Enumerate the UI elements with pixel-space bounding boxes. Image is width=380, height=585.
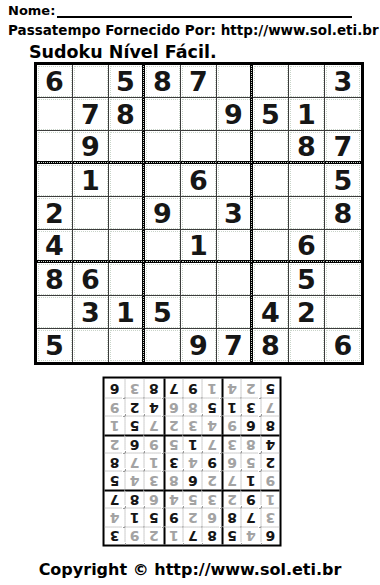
solution-cell-r7c8: 5 (124, 416, 143, 434)
solution-cell-r9c2: 2 (241, 379, 260, 397)
puzzle-cell-r9c7: 8 (253, 329, 289, 362)
puzzle-cell-r3c8: 8 (289, 131, 325, 164)
puzzle-cell-r5c1: 2 (37, 197, 73, 230)
solution-cell-r5c4: 9 (202, 453, 221, 471)
solution-cell-r7c4: 4 (202, 416, 221, 434)
puzzle-cell-r2c8: 1 (289, 98, 325, 131)
solution-cell-r2c1: 3 (260, 508, 279, 526)
puzzle-cell-r2c4 (145, 98, 181, 131)
solution-cell-r2c3: 8 (221, 508, 240, 526)
puzzle-cell-r6c1: 4 (37, 230, 73, 263)
puzzle-cell-r4c6 (217, 164, 253, 197)
puzzle-cell-r9c8 (289, 329, 325, 362)
puzzle-cell-r1c7 (253, 65, 289, 98)
puzzle-cell-r9c6: 7 (217, 329, 253, 362)
puzzle-cell-r1c3: 5 (109, 65, 145, 98)
solution-cell-r6c4: 7 (202, 434, 221, 452)
provider-line: Passatempo Fornecido Por: http://www.sol… (8, 22, 379, 38)
puzzle-cell-r2c5 (181, 98, 217, 131)
solution-cell-r5c3: 6 (221, 453, 240, 471)
puzzle-cell-r4c7 (253, 164, 289, 197)
solution-cell-r3c5: 5 (183, 489, 202, 507)
puzzle-cell-r3c7 (253, 131, 289, 164)
page-title: Sudoku Nível Fácil. (29, 42, 217, 62)
puzzle-cell-r1c6 (217, 65, 253, 98)
puzzle-cell-r7c9 (325, 263, 361, 296)
solution-cell-r8c6: 6 (163, 397, 182, 415)
solution-cell-r7c9: 1 (105, 416, 124, 434)
solution-cell-r4c9: 5 (105, 471, 124, 489)
sudoku-solution-board: 6458712933786295141923546879172683452569… (103, 377, 282, 547)
puzzle-cell-r3c9: 7 (325, 131, 361, 164)
solution-cell-r3c9: 7 (105, 489, 124, 507)
solution-cell-r1c6: 1 (163, 526, 182, 544)
puzzle-cell-r8c6 (217, 296, 253, 329)
puzzle-cell-r7c2: 6 (73, 263, 109, 296)
solution-cell-r5c7: 1 (144, 453, 163, 471)
solution-cell-r9c5: 9 (183, 379, 202, 397)
solution-cell-r2c2: 7 (241, 508, 260, 526)
solution-cell-r1c7: 2 (144, 526, 163, 544)
puzzle-cell-r5c9: 8 (325, 197, 361, 230)
solution-cell-r7c1: 8 (260, 416, 279, 434)
solution-cell-r9c4: 1 (202, 379, 221, 397)
solution-cell-r3c1: 1 (260, 489, 279, 507)
solution-cell-r5c9: 8 (105, 453, 124, 471)
solution-cell-r7c5: 3 (183, 416, 202, 434)
name-label: Nome: (8, 3, 55, 18)
puzzle-cell-r2c2: 7 (73, 98, 109, 131)
solution-cell-r7c2: 6 (241, 416, 260, 434)
solution-cell-r4c2: 1 (241, 471, 260, 489)
puzzle-cell-r6c7 (253, 230, 289, 263)
puzzle-cell-r4c1 (37, 164, 73, 197)
puzzle-cell-r4c2: 1 (73, 164, 109, 197)
puzzle-cell-r6c5: 1 (181, 230, 217, 263)
puzzle-cell-r9c4 (145, 329, 181, 362)
puzzle-cell-r1c2 (73, 65, 109, 98)
puzzle-cell-r3c6 (217, 131, 253, 164)
puzzle-cell-r7c5 (181, 263, 217, 296)
solution-cell-r8c4: 5 (202, 397, 221, 415)
solution-cell-r1c9: 3 (105, 526, 124, 544)
puzzle-cell-r4c8 (289, 164, 325, 197)
puzzle-cell-r2c1 (37, 98, 73, 131)
puzzle-cell-r4c3 (109, 164, 145, 197)
puzzle-cell-r4c5: 6 (181, 164, 217, 197)
solution-cell-r4c8: 4 (124, 471, 143, 489)
solution-cell-r6c3: 3 (221, 434, 240, 452)
solution-cell-r4c3: 7 (221, 471, 240, 489)
puzzle-cell-r9c3 (109, 329, 145, 362)
puzzle-cell-r9c2 (73, 329, 109, 362)
solution-cell-r1c1: 6 (260, 526, 279, 544)
puzzle-cell-r6c6 (217, 230, 253, 263)
puzzle-cell-r5c4: 9 (145, 197, 181, 230)
solution-cell-r1c4: 8 (202, 526, 221, 544)
puzzle-cell-r8c4: 5 (145, 296, 181, 329)
solution-cell-r9c1: 5 (260, 379, 279, 397)
puzzle-cell-r5c5 (181, 197, 217, 230)
solution-cell-r7c7: 7 (144, 416, 163, 434)
solution-cell-r2c5: 2 (183, 508, 202, 526)
puzzle-cell-r8c9 (325, 296, 361, 329)
solution-cell-r7c6: 2 (163, 416, 182, 434)
puzzle-cell-r1c5: 7 (181, 65, 217, 98)
puzzle-cell-r8c8: 2 (289, 296, 325, 329)
puzzle-cell-r6c4 (145, 230, 181, 263)
puzzle-cell-r5c2 (73, 197, 109, 230)
solution-cell-r4c6: 8 (163, 471, 182, 489)
puzzle-cell-r2c9 (325, 98, 361, 131)
puzzle-cell-r2c6: 9 (217, 98, 253, 131)
solution-cell-r5c2: 5 (241, 453, 260, 471)
solution-cell-r1c8: 9 (124, 526, 143, 544)
solution-cell-r5c1: 2 (260, 453, 279, 471)
solution-cell-r4c4: 2 (202, 471, 221, 489)
solution-cell-r4c7: 3 (144, 471, 163, 489)
puzzle-cell-r5c6: 3 (217, 197, 253, 230)
solution-cell-r5c6: 3 (163, 453, 182, 471)
puzzle-cell-r7c3 (109, 263, 145, 296)
puzzle-cell-r4c4 (145, 164, 181, 197)
puzzle-cell-r2c7: 5 (253, 98, 289, 131)
puzzle-cell-r6c2 (73, 230, 109, 263)
puzzle-cell-r9c1: 5 (37, 329, 73, 362)
solution-cell-r2c4: 6 (202, 508, 221, 526)
solution-cell-r9c9: 6 (105, 379, 124, 397)
name-row: Nome: (8, 3, 352, 18)
solution-cell-r6c6: 5 (163, 434, 182, 452)
solution-cell-r1c3: 5 (221, 526, 240, 544)
name-blank-line (57, 3, 352, 18)
solution-cell-r3c7: 6 (144, 489, 163, 507)
solution-cell-r4c5: 6 (183, 471, 202, 489)
solution-cell-r8c7: 4 (144, 397, 163, 415)
copyright-line: Copyright © http://www.sol.eti.br (0, 560, 380, 579)
puzzle-cell-r8c5 (181, 296, 217, 329)
puzzle-cell-r2c3: 8 (109, 98, 145, 131)
solution-cell-r9c8: 3 (124, 379, 143, 397)
solution-cell-r2c9: 4 (105, 508, 124, 526)
solution-cell-r3c3: 2 (221, 489, 240, 507)
solution-cell-r8c5: 8 (183, 397, 202, 415)
sudoku-board: 658737895198716529384168653154259786 (34, 62, 364, 365)
puzzle-cell-r6c3 (109, 230, 145, 263)
solution-cell-r6c8: 6 (124, 434, 143, 452)
puzzle-cell-r8c3: 1 (109, 296, 145, 329)
solution-cell-r6c1: 4 (260, 434, 279, 452)
puzzle-cell-r3c1 (37, 131, 73, 164)
puzzle-cell-r6c9 (325, 230, 361, 263)
puzzle-cell-r8c1 (37, 296, 73, 329)
puzzle-cell-r7c8: 5 (289, 263, 325, 296)
puzzle-cell-r1c1: 6 (37, 65, 73, 98)
solution-cell-r1c5: 7 (183, 526, 202, 544)
puzzle-cell-r6c8: 6 (289, 230, 325, 263)
solution-cell-r3c4: 3 (202, 489, 221, 507)
solution-cell-r6c5: 1 (183, 434, 202, 452)
solution-cell-r8c2: 3 (241, 397, 260, 415)
puzzle-cell-r3c4 (145, 131, 181, 164)
puzzle-cell-r1c4: 8 (145, 65, 181, 98)
puzzle-cell-r3c2: 9 (73, 131, 109, 164)
puzzle-cell-r3c5 (181, 131, 217, 164)
puzzle-cell-r7c7 (253, 263, 289, 296)
puzzle-cell-r1c8 (289, 65, 325, 98)
solution-cell-r7c3: 9 (221, 416, 240, 434)
puzzle-cell-r1c9: 3 (325, 65, 361, 98)
solution-cell-r3c2: 9 (241, 489, 260, 507)
solution-cell-r5c5: 4 (183, 453, 202, 471)
solution-cell-r1c2: 4 (241, 526, 260, 544)
puzzle-cell-r4c9: 5 (325, 164, 361, 197)
solution-cell-r3c8: 8 (124, 489, 143, 507)
solution-cell-r8c8: 2 (124, 397, 143, 415)
puzzle-cell-r3c3 (109, 131, 145, 164)
puzzle-cell-r9c9: 6 (325, 329, 361, 362)
solution-cell-r3c6: 4 (163, 489, 182, 507)
solution-cell-r9c6: 7 (163, 379, 182, 397)
puzzle-cell-r7c4 (145, 263, 181, 296)
solution-cell-r5c8: 7 (124, 453, 143, 471)
solution-cell-r2c8: 1 (124, 508, 143, 526)
solution-cell-r9c7: 8 (144, 379, 163, 397)
solution-cell-r4c1: 9 (260, 471, 279, 489)
printable-sudoku-page: Nome: Passatempo Fornecido Por: http://w… (0, 0, 380, 585)
solution-cell-r2c7: 5 (144, 508, 163, 526)
solution-cell-r8c9: 9 (105, 397, 124, 415)
puzzle-cell-r5c7 (253, 197, 289, 230)
puzzle-cell-r7c6 (217, 263, 253, 296)
puzzle-cell-r8c2: 3 (73, 296, 109, 329)
puzzle-cell-r5c8 (289, 197, 325, 230)
puzzle-cell-r9c5: 9 (181, 329, 217, 362)
puzzle-cell-r8c7: 4 (253, 296, 289, 329)
solution-cell-r8c1: 7 (260, 397, 279, 415)
solution-cell-r6c9: 2 (105, 434, 124, 452)
solution-cell-r6c2: 8 (241, 434, 260, 452)
solution-cell-r9c3: 4 (221, 379, 240, 397)
solution-cell-r8c3: 1 (221, 397, 240, 415)
puzzle-cell-r5c3 (109, 197, 145, 230)
puzzle-cell-r7c1: 8 (37, 263, 73, 296)
solution-cell-r2c6: 9 (163, 508, 182, 526)
solution-cell-r6c7: 9 (144, 434, 163, 452)
